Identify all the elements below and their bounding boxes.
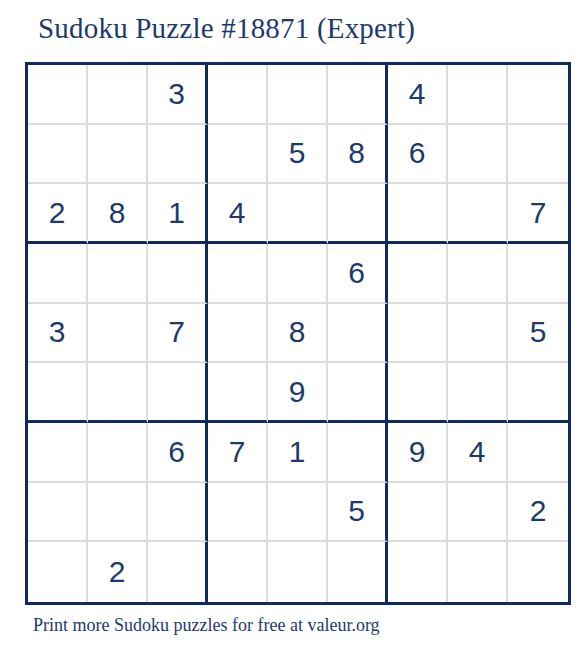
cell-r7c8: 4 bbox=[448, 423, 508, 483]
cell-r1c9 bbox=[508, 65, 568, 125]
cell-r3c5 bbox=[268, 184, 328, 244]
cell-r8c5 bbox=[268, 483, 328, 543]
cell-r1c8 bbox=[448, 65, 508, 125]
cell-r2c8 bbox=[448, 125, 508, 185]
cell-r6c4 bbox=[208, 363, 268, 423]
puzzle-title: Sudoku Puzzle #18871 (Expert) bbox=[38, 12, 415, 45]
cell-r9c8 bbox=[448, 542, 508, 602]
cell-r9c2: 2 bbox=[88, 542, 148, 602]
cell-r2c1 bbox=[28, 125, 88, 185]
cell-r3c1: 2 bbox=[28, 184, 88, 244]
cell-r4c5 bbox=[268, 244, 328, 304]
cell-r2c2 bbox=[88, 125, 148, 185]
cell-r9c4 bbox=[208, 542, 268, 602]
cell-r4c7 bbox=[388, 244, 448, 304]
cell-r4c2 bbox=[88, 244, 148, 304]
cell-r1c2 bbox=[88, 65, 148, 125]
cell-r2c4 bbox=[208, 125, 268, 185]
cell-r1c5 bbox=[268, 65, 328, 125]
cell-r8c4 bbox=[208, 483, 268, 543]
footer-text: Print more Sudoku puzzles for free at va… bbox=[33, 615, 380, 636]
cell-r5c4 bbox=[208, 304, 268, 364]
cell-r9c7 bbox=[388, 542, 448, 602]
cell-r4c6: 6 bbox=[328, 244, 388, 304]
cell-r5c7 bbox=[388, 304, 448, 364]
cell-r7c4: 7 bbox=[208, 423, 268, 483]
cell-r9c6 bbox=[328, 542, 388, 602]
cell-r6c9 bbox=[508, 363, 568, 423]
cell-r3c3: 1 bbox=[148, 184, 208, 244]
cell-r2c3 bbox=[148, 125, 208, 185]
cell-r8c2 bbox=[88, 483, 148, 543]
cell-r6c7 bbox=[388, 363, 448, 423]
cell-r5c3: 7 bbox=[148, 304, 208, 364]
cell-r9c3 bbox=[148, 542, 208, 602]
cell-r2c9 bbox=[508, 125, 568, 185]
cell-r7c7: 9 bbox=[388, 423, 448, 483]
cell-r1c3: 3 bbox=[148, 65, 208, 125]
cell-r6c1 bbox=[28, 363, 88, 423]
cell-r7c2 bbox=[88, 423, 148, 483]
cell-r5c2 bbox=[88, 304, 148, 364]
cell-r9c1 bbox=[28, 542, 88, 602]
cell-r8c9: 2 bbox=[508, 483, 568, 543]
cell-r5c5: 8 bbox=[268, 304, 328, 364]
cell-r6c8 bbox=[448, 363, 508, 423]
cell-r4c3 bbox=[148, 244, 208, 304]
sudoku-grid: 345862814763785967194522 bbox=[25, 62, 571, 605]
cell-r3c4: 4 bbox=[208, 184, 268, 244]
cell-r2c6: 8 bbox=[328, 125, 388, 185]
cell-r5c1: 3 bbox=[28, 304, 88, 364]
cell-r2c5: 5 bbox=[268, 125, 328, 185]
cell-r3c7 bbox=[388, 184, 448, 244]
cell-r7c6 bbox=[328, 423, 388, 483]
cell-r9c9 bbox=[508, 542, 568, 602]
cell-r6c5: 9 bbox=[268, 363, 328, 423]
cell-r3c8 bbox=[448, 184, 508, 244]
cell-r3c2: 8 bbox=[88, 184, 148, 244]
cell-r8c6: 5 bbox=[328, 483, 388, 543]
cell-r8c3 bbox=[148, 483, 208, 543]
cell-r5c8 bbox=[448, 304, 508, 364]
cell-r8c8 bbox=[448, 483, 508, 543]
cell-r3c6 bbox=[328, 184, 388, 244]
cell-r1c6 bbox=[328, 65, 388, 125]
cell-r4c1 bbox=[28, 244, 88, 304]
cell-r1c7: 4 bbox=[388, 65, 448, 125]
cell-r9c5 bbox=[268, 542, 328, 602]
cell-r3c9: 7 bbox=[508, 184, 568, 244]
cell-r4c8 bbox=[448, 244, 508, 304]
cell-r6c2 bbox=[88, 363, 148, 423]
cell-r2c7: 6 bbox=[388, 125, 448, 185]
cell-r6c3 bbox=[148, 363, 208, 423]
cell-r1c4 bbox=[208, 65, 268, 125]
cell-r7c9 bbox=[508, 423, 568, 483]
cell-r6c6 bbox=[328, 363, 388, 423]
cell-r5c9: 5 bbox=[508, 304, 568, 364]
cell-r7c1 bbox=[28, 423, 88, 483]
cell-r4c9 bbox=[508, 244, 568, 304]
cell-r7c5: 1 bbox=[268, 423, 328, 483]
cell-r1c1 bbox=[28, 65, 88, 125]
cell-r5c6 bbox=[328, 304, 388, 364]
cell-r8c7 bbox=[388, 483, 448, 543]
cell-r4c4 bbox=[208, 244, 268, 304]
cell-r8c1 bbox=[28, 483, 88, 543]
cell-r7c3: 6 bbox=[148, 423, 208, 483]
